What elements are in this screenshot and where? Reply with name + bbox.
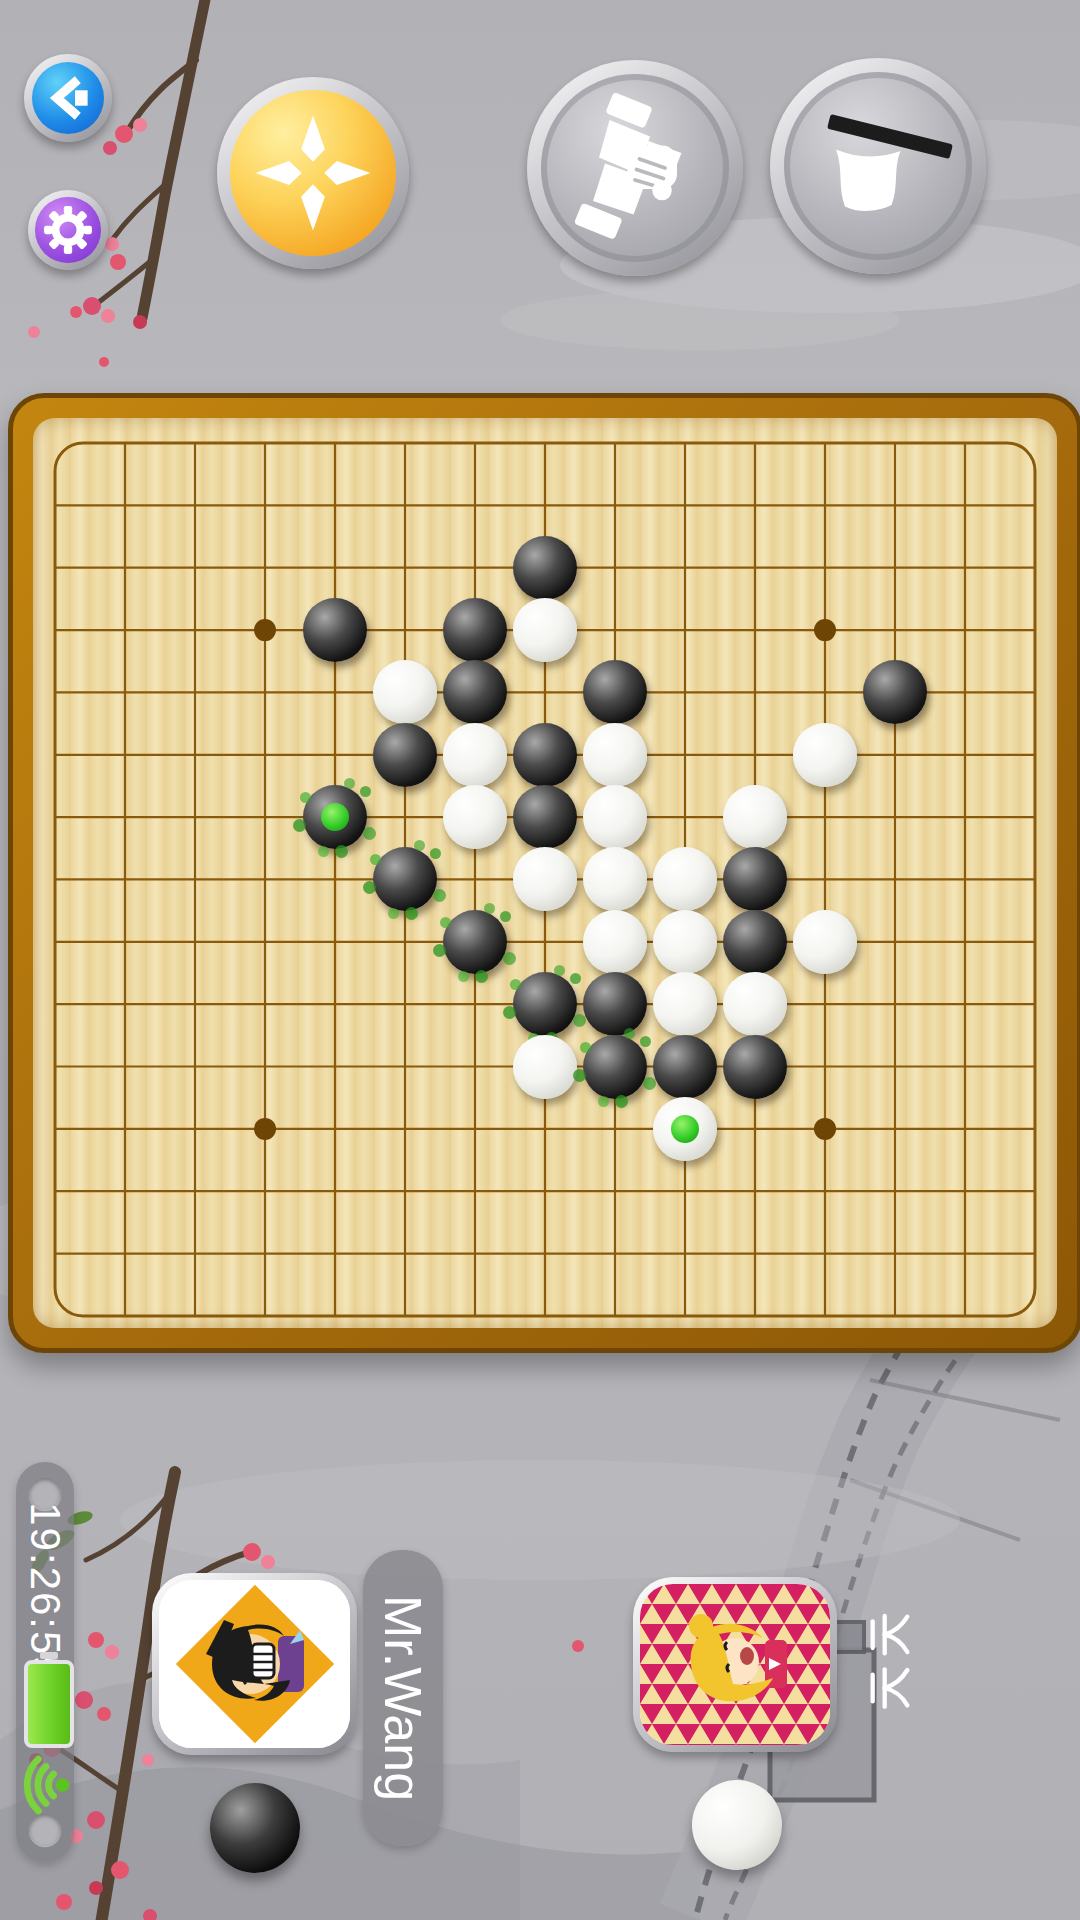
stone-black <box>303 598 367 662</box>
stone-white <box>653 847 717 911</box>
plum-branch-top <box>95 0 208 318</box>
stone-black <box>583 1035 647 1099</box>
status-tag: 19:26:55 <box>16 1462 74 1862</box>
stone-white <box>583 723 647 787</box>
stone-black <box>583 972 647 1036</box>
stone-white <box>653 1097 717 1161</box>
stone-black <box>303 785 367 849</box>
stone-white <box>443 723 507 787</box>
stone-black <box>443 910 507 974</box>
stone-black <box>513 723 577 787</box>
last-move-marker <box>321 803 349 831</box>
stone-black <box>863 660 927 724</box>
player2-name-glyphs <box>853 1612 923 1712</box>
coin-button[interactable] <box>217 77 409 269</box>
player2-name: 天天 <box>838 1592 938 1732</box>
stone-white <box>583 910 647 974</box>
last-move-marker <box>671 1115 699 1143</box>
player2-avatar-illustration <box>640 1584 830 1745</box>
stone-black <box>373 723 437 787</box>
tag-hole-bottom <box>29 1814 61 1846</box>
draw-offer-button[interactable] <box>527 60 743 276</box>
stone-white <box>723 972 787 1036</box>
stone-white <box>653 972 717 1036</box>
stone-white <box>513 1035 577 1099</box>
handshake-icon <box>560 93 710 243</box>
player1-name-plate: Mr.Wang <box>363 1550 443 1846</box>
player1-stone-indicator <box>210 1783 300 1873</box>
stone-black <box>723 910 787 974</box>
stone-white <box>513 847 577 911</box>
stone-white <box>723 785 787 849</box>
stone-white <box>513 598 577 662</box>
player1-avatar-illustration <box>159 1580 350 1748</box>
gomoku-board[interactable] <box>8 393 1080 1353</box>
stone-white <box>443 785 507 849</box>
gear-icon <box>42 204 94 256</box>
stone-white <box>793 910 857 974</box>
stone-black <box>583 660 647 724</box>
game-screen: 19:26:55 <box>0 0 1080 1920</box>
white-flag-icon <box>803 91 953 241</box>
stone-white <box>583 785 647 849</box>
player1-name: Mr.Wang <box>373 1595 433 1801</box>
stone-black <box>723 1035 787 1099</box>
stone-black <box>373 847 437 911</box>
stone-black <box>443 660 507 724</box>
four-petal-icon <box>243 103 383 243</box>
stone-white <box>793 723 857 787</box>
player1-avatar[interactable] <box>152 1573 357 1755</box>
wifi-icon <box>18 1754 76 1816</box>
settings-button[interactable] <box>28 190 108 270</box>
back-arrow-icon <box>40 70 96 126</box>
stone-black <box>513 972 577 1036</box>
back-button[interactable] <box>24 54 112 142</box>
stones-layer <box>13 398 1077 1348</box>
stone-white <box>373 660 437 724</box>
player2-stone-indicator <box>692 1780 782 1870</box>
stone-black <box>513 536 577 600</box>
stone-black <box>653 1035 717 1099</box>
resign-button[interactable] <box>770 58 986 274</box>
stone-black <box>723 847 787 911</box>
stone-white <box>583 847 647 911</box>
stone-white <box>653 910 717 974</box>
stone-black <box>513 785 577 849</box>
player2-avatar[interactable] <box>633 1577 837 1752</box>
battery-icon <box>24 1660 74 1748</box>
stone-black <box>443 598 507 662</box>
